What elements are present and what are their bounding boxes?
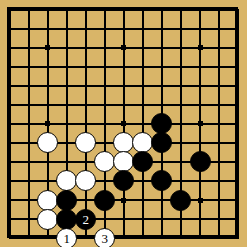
black-stone — [151, 113, 172, 134]
white-stone — [56, 170, 77, 191]
star-point — [198, 198, 203, 203]
black-stone — [151, 132, 172, 153]
white-stone — [37, 132, 58, 153]
black-stone — [94, 190, 115, 211]
grid-line-vertical — [218, 9, 220, 240]
black-stone — [170, 190, 191, 211]
grid-line-vertical — [142, 9, 144, 240]
black-stone — [132, 151, 153, 172]
star-point — [198, 121, 203, 126]
star-point — [198, 45, 203, 50]
move-number-label: 3 — [102, 231, 109, 244]
black-stone — [190, 151, 211, 172]
star-point — [45, 45, 50, 50]
white-stone-move-1: 1 — [56, 228, 77, 247]
white-stone — [132, 132, 153, 153]
white-stone — [75, 170, 96, 191]
move-number-label: 1 — [63, 231, 70, 244]
white-stone — [113, 132, 134, 153]
grid-line-vertical — [237, 9, 239, 240]
move-number-label: 2 — [82, 212, 89, 225]
black-stone — [56, 209, 77, 230]
black-stone — [56, 190, 77, 211]
star-point — [121, 45, 126, 50]
black-stone — [113, 170, 134, 191]
go-board[interactable]: 213 — [0, 0, 247, 247]
black-stone-move-2: 2 — [75, 209, 96, 230]
star-point — [45, 121, 50, 126]
star-point — [121, 121, 126, 126]
white-stone-move-3: 3 — [94, 228, 115, 247]
black-stone — [151, 170, 172, 191]
white-stone — [94, 151, 115, 172]
white-stone — [75, 132, 96, 153]
white-stone — [113, 151, 134, 172]
star-point — [121, 198, 126, 203]
white-stone — [37, 190, 58, 211]
go-board-diagram: 213 — [0, 0, 247, 247]
white-stone — [37, 209, 58, 230]
grid-line-horizontal — [9, 237, 240, 239]
